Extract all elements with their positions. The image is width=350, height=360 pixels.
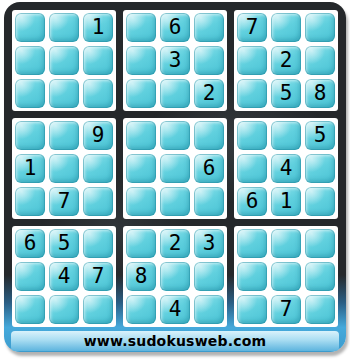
sudoku-cell[interactable] (271, 121, 301, 150)
sudoku-box: 1 (12, 10, 116, 111)
sudoku-cell[interactable] (126, 13, 156, 42)
sudoku-cell[interactable] (160, 79, 190, 108)
sudoku-cell[interactable] (126, 46, 156, 75)
sudoku-cell[interactable] (237, 79, 267, 108)
sudoku-box: 7258 (234, 10, 338, 111)
sudoku-cell[interactable] (194, 46, 224, 75)
sudoku-cell[interactable]: 4 (49, 262, 79, 291)
sudoku-cell[interactable] (83, 46, 113, 75)
sudoku-cell[interactable]: 4 (271, 154, 301, 183)
sudoku-cell[interactable] (237, 262, 267, 291)
sudoku-cell[interactable] (305, 187, 335, 216)
sudoku-cell[interactable] (83, 79, 113, 108)
sudoku-cell[interactable]: 7 (83, 262, 113, 291)
sudoku-cell[interactable] (305, 295, 335, 324)
sudoku-cell[interactable] (15, 187, 45, 216)
sudoku-cell[interactable] (15, 46, 45, 75)
sudoku-cell[interactable] (126, 79, 156, 108)
sudoku-cell[interactable] (49, 154, 79, 183)
sudoku-cell[interactable] (15, 79, 45, 108)
sudoku-cell[interactable]: 5 (305, 121, 335, 150)
sudoku-cell[interactable]: 6 (160, 13, 190, 42)
sudoku-cell[interactable]: 3 (194, 229, 224, 258)
sudoku-cell[interactable] (83, 154, 113, 183)
sudoku-cell[interactable] (15, 295, 45, 324)
sudoku-cell[interactable] (160, 121, 190, 150)
sudoku-cell[interactable] (305, 46, 335, 75)
sudoku-cell[interactable]: 7 (49, 187, 79, 216)
sudoku-box: 6547 (12, 226, 116, 327)
sudoku-cell[interactable] (271, 262, 301, 291)
sudoku-box: 917 (12, 118, 116, 219)
sudoku-cell[interactable] (305, 262, 335, 291)
sudoku-cell[interactable]: 1 (83, 13, 113, 42)
sudoku-cell[interactable] (305, 154, 335, 183)
sudoku-cell[interactable]: 2 (271, 46, 301, 75)
sudoku-cell[interactable]: 6 (237, 187, 267, 216)
sudoku-cell[interactable] (49, 13, 79, 42)
sudoku-cell[interactable] (237, 295, 267, 324)
sudoku-box: 2384 (123, 226, 227, 327)
sudoku-cell[interactable]: 6 (194, 154, 224, 183)
sudoku-cell[interactable] (83, 187, 113, 216)
board-frame: 1632725891765461654723847 www.sudokusweb… (4, 2, 346, 352)
sudoku-cell[interactable] (49, 121, 79, 150)
sudoku-cell[interactable]: 4 (160, 295, 190, 324)
sudoku-cell[interactable]: 7 (237, 13, 267, 42)
sudoku-cell[interactable] (194, 262, 224, 291)
sudoku-cell[interactable]: 5 (271, 79, 301, 108)
footer-url: www.sudokusweb.com (84, 333, 267, 349)
sudoku-box: 632 (123, 10, 227, 111)
sudoku-cell[interactable] (194, 187, 224, 216)
sudoku-cell[interactable] (126, 187, 156, 216)
sudoku-cell[interactable]: 7 (271, 295, 301, 324)
sudoku-box: 6 (123, 118, 227, 219)
sudoku-board: 1632725891765461654723847 (12, 10, 338, 327)
sudoku-cell[interactable] (126, 154, 156, 183)
sudoku-cell[interactable] (271, 229, 301, 258)
sudoku-cell[interactable] (237, 121, 267, 150)
sudoku-cell[interactable] (305, 13, 335, 42)
sudoku-cell[interactable]: 1 (271, 187, 301, 216)
sudoku-cell[interactable] (15, 262, 45, 291)
sudoku-cell[interactable] (237, 154, 267, 183)
sudoku-cell[interactable] (160, 262, 190, 291)
sudoku-cell[interactable]: 1 (15, 154, 45, 183)
sudoku-cell[interactable]: 8 (305, 79, 335, 108)
sudoku-cell[interactable]: 8 (126, 262, 156, 291)
sudoku-box: 5461 (234, 118, 338, 219)
sudoku-cell[interactable] (305, 229, 335, 258)
sudoku-cell[interactable] (271, 13, 301, 42)
sudoku-cell[interactable]: 3 (160, 46, 190, 75)
sudoku-cell[interactable] (83, 295, 113, 324)
sudoku-cell[interactable] (49, 295, 79, 324)
sudoku-cell[interactable] (126, 295, 156, 324)
sudoku-cell[interactable] (237, 229, 267, 258)
sudoku-box: 7 (234, 226, 338, 327)
sudoku-cell[interactable] (126, 229, 156, 258)
sudoku-cell[interactable] (49, 79, 79, 108)
sudoku-cell[interactable] (194, 13, 224, 42)
sudoku-cell[interactable] (160, 154, 190, 183)
sudoku-cell[interactable] (83, 229, 113, 258)
sudoku-cell[interactable] (15, 13, 45, 42)
sudoku-cell[interactable] (194, 121, 224, 150)
sudoku-cell[interactable] (15, 121, 45, 150)
sudoku-cell[interactable] (160, 187, 190, 216)
sudoku-cell[interactable]: 2 (194, 79, 224, 108)
footer: www.sudokusweb.com (11, 331, 339, 351)
sudoku-cell[interactable]: 6 (15, 229, 45, 258)
sudoku-cell[interactable] (126, 121, 156, 150)
sudoku-cell[interactable] (194, 295, 224, 324)
sudoku-cell[interactable]: 5 (49, 229, 79, 258)
sudoku-cell[interactable]: 9 (83, 121, 113, 150)
sudoku-cell[interactable] (237, 46, 267, 75)
sudoku-cell[interactable] (49, 46, 79, 75)
sudoku-cell[interactable]: 2 (160, 229, 190, 258)
